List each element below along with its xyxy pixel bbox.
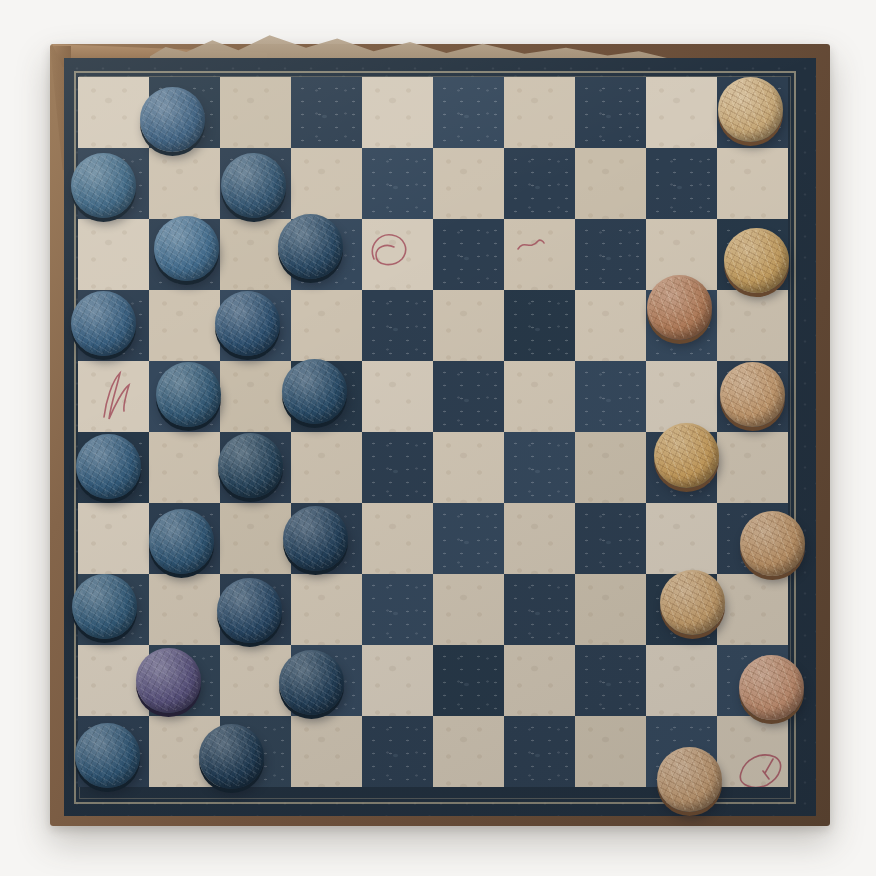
piece-blue-r4c1[interactable] bbox=[71, 291, 136, 356]
piece-blue-r8c1[interactable] bbox=[72, 574, 137, 639]
piece-wood-r9c10[interactable] bbox=[739, 655, 804, 720]
piece-wood-r4c9[interactable] bbox=[647, 275, 712, 340]
piece-blue-r6c3[interactable] bbox=[218, 433, 283, 498]
piece-blue-r7c2[interactable] bbox=[149, 509, 214, 574]
piece-blue-r5c4[interactable] bbox=[282, 359, 347, 424]
piece-blue-r2c1[interactable] bbox=[71, 153, 136, 218]
piece-blue-r5c2[interactable] bbox=[156, 362, 221, 427]
piece-blue-r3c2[interactable] bbox=[154, 216, 219, 281]
piece-blue-r6c1[interactable] bbox=[76, 434, 141, 499]
piece-wood-r10c9[interactable] bbox=[657, 747, 722, 812]
piece-blue-r10c1[interactable] bbox=[75, 723, 140, 788]
draughts-board bbox=[64, 58, 816, 816]
piece-wood-r7c10[interactable] bbox=[740, 511, 805, 576]
piece-wood-r6c9[interactable] bbox=[654, 423, 719, 488]
pieces-layer bbox=[78, 77, 788, 787]
piece-blue-r8c3[interactable] bbox=[217, 578, 282, 643]
piece-blue-r10c3[interactable] bbox=[199, 724, 264, 789]
piece-blue-r4c3[interactable] bbox=[215, 291, 280, 356]
piece-wood-r8c9[interactable] bbox=[660, 570, 725, 635]
piece-blue-r9c4[interactable] bbox=[279, 650, 344, 715]
piece-wood-r5c10[interactable] bbox=[720, 362, 785, 427]
piece-blue-r7c4[interactable] bbox=[283, 506, 348, 571]
piece-blue-r9c2[interactable] bbox=[136, 648, 201, 713]
piece-blue-r3c4[interactable] bbox=[278, 214, 343, 279]
piece-wood-r1c10[interactable] bbox=[718, 77, 783, 142]
piece-blue-r1c2[interactable] bbox=[140, 87, 205, 152]
piece-wood-r3c10[interactable] bbox=[724, 228, 789, 293]
photo-background bbox=[0, 0, 876, 876]
piece-blue-r2c3[interactable] bbox=[221, 153, 286, 218]
